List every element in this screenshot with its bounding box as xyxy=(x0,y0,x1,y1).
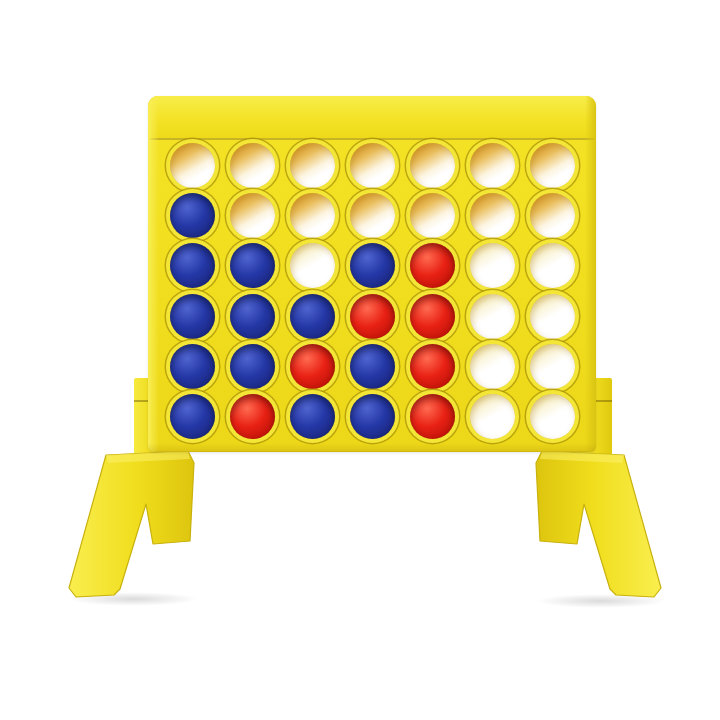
blue-disc xyxy=(230,294,275,339)
empty-hole xyxy=(170,143,215,188)
board-left-rail xyxy=(148,96,159,452)
empty-hole xyxy=(470,243,515,288)
cell-r6c5[interactable] xyxy=(402,392,462,442)
cell-r1c4[interactable] xyxy=(342,140,402,190)
red-disc xyxy=(290,344,335,389)
empty-hole xyxy=(290,193,335,238)
red-disc xyxy=(410,394,455,439)
cell-r2c1[interactable] xyxy=(162,190,222,240)
cell-r3c7[interactable] xyxy=(522,241,582,291)
empty-hole xyxy=(470,344,515,389)
right-leg xyxy=(524,449,664,604)
cell-r2c6[interactable] xyxy=(462,190,522,240)
board-bottom-rail xyxy=(148,443,596,452)
cell-r5c6[interactable] xyxy=(462,341,522,391)
empty-hole xyxy=(470,394,515,439)
cell-r1c3[interactable] xyxy=(282,140,342,190)
empty-hole xyxy=(350,193,395,238)
blue-disc xyxy=(350,243,395,288)
empty-hole xyxy=(290,143,335,188)
blue-disc xyxy=(350,344,395,389)
cell-r4c4[interactable] xyxy=(342,291,402,341)
cell-r5c5[interactable] xyxy=(402,341,462,391)
cell-r6c1[interactable] xyxy=(162,392,222,442)
cell-r2c7[interactable] xyxy=(522,190,582,240)
empty-hole xyxy=(350,143,395,188)
cell-r1c2[interactable] xyxy=(222,140,282,190)
cell-r2c5[interactable] xyxy=(402,190,462,240)
cell-r2c3[interactable] xyxy=(282,190,342,240)
cell-r6c4[interactable] xyxy=(342,392,402,442)
red-disc xyxy=(230,394,275,439)
connect-four-board xyxy=(148,96,596,452)
empty-hole xyxy=(530,193,575,238)
empty-hole xyxy=(530,344,575,389)
blue-disc xyxy=(290,294,335,339)
product-photo xyxy=(0,0,720,720)
cell-r6c6[interactable] xyxy=(462,392,522,442)
cell-r3c1[interactable] xyxy=(162,241,222,291)
cell-r3c4[interactable] xyxy=(342,241,402,291)
empty-hole xyxy=(530,394,575,439)
cell-r1c7[interactable] xyxy=(522,140,582,190)
cell-r1c1[interactable] xyxy=(162,140,222,190)
empty-hole xyxy=(230,143,275,188)
blue-disc xyxy=(350,394,395,439)
left-leg xyxy=(66,449,206,604)
cell-r2c4[interactable] xyxy=(342,190,402,240)
blue-disc xyxy=(170,344,215,389)
blue-disc xyxy=(230,344,275,389)
blue-disc xyxy=(290,394,335,439)
cell-r1c6[interactable] xyxy=(462,140,522,190)
cell-r4c3[interactable] xyxy=(282,291,342,341)
empty-hole xyxy=(530,143,575,188)
cell-r5c7[interactable] xyxy=(522,341,582,391)
cell-r5c1[interactable] xyxy=(162,341,222,391)
cell-r3c3[interactable] xyxy=(282,241,342,291)
cell-r3c6[interactable] xyxy=(462,241,522,291)
cell-r5c4[interactable] xyxy=(342,341,402,391)
blue-disc xyxy=(170,294,215,339)
empty-hole xyxy=(470,294,515,339)
empty-hole xyxy=(410,193,455,238)
cell-r1c5[interactable] xyxy=(402,140,462,190)
blue-disc xyxy=(170,193,215,238)
board-right-rail xyxy=(585,96,596,452)
empty-hole xyxy=(230,193,275,238)
cell-r5c3[interactable] xyxy=(282,341,342,391)
cell-r4c5[interactable] xyxy=(402,291,462,341)
empty-hole xyxy=(470,193,515,238)
empty-hole xyxy=(530,243,575,288)
blue-disc xyxy=(170,243,215,288)
cell-r4c2[interactable] xyxy=(222,291,282,341)
board-top-rail xyxy=(148,96,596,140)
red-disc xyxy=(410,243,455,288)
cell-r6c7[interactable] xyxy=(522,392,582,442)
empty-hole xyxy=(290,243,335,288)
cell-r4c1[interactable] xyxy=(162,291,222,341)
red-disc xyxy=(410,344,455,389)
cell-r2c2[interactable] xyxy=(222,190,282,240)
cell-r4c7[interactable] xyxy=(522,291,582,341)
cell-r3c2[interactable] xyxy=(222,241,282,291)
empty-hole xyxy=(530,294,575,339)
empty-hole xyxy=(410,143,455,188)
cell-r5c2[interactable] xyxy=(222,341,282,391)
blue-disc xyxy=(230,243,275,288)
cell-r4c6[interactable] xyxy=(462,291,522,341)
blue-disc xyxy=(170,394,215,439)
cell-r3c5[interactable] xyxy=(402,241,462,291)
board-grid xyxy=(162,140,582,442)
cell-r6c3[interactable] xyxy=(282,392,342,442)
cell-r6c2[interactable] xyxy=(222,392,282,442)
red-disc xyxy=(410,294,455,339)
empty-hole xyxy=(470,143,515,188)
red-disc xyxy=(350,294,395,339)
